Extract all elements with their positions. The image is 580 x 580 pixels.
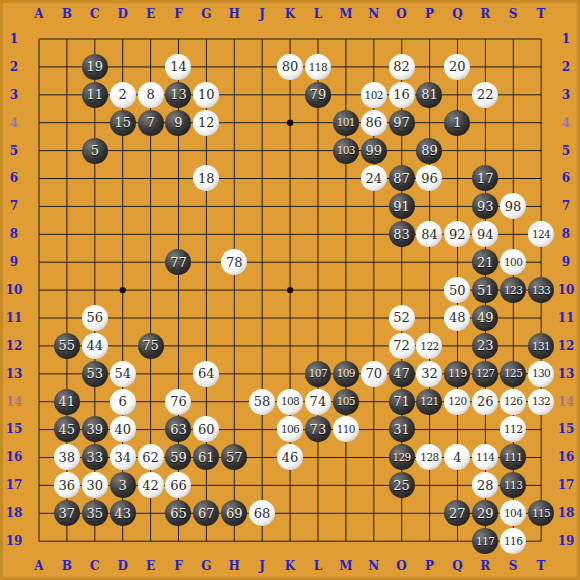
stone-R13-move-127: 127 <box>472 361 498 387</box>
row-label-11: 11 <box>0 304 28 332</box>
stone-H9-move-78: 78 <box>221 249 247 275</box>
col-label-R: R <box>471 552 499 580</box>
stone-Q8-move-92: 92 <box>444 221 470 247</box>
stone-G15-move-60: 60 <box>193 416 219 442</box>
board-intersections[interactable]: 1914801188220112813107910216812215791210… <box>25 25 555 555</box>
col-label-R: R <box>471 0 499 28</box>
col-label-N: N <box>360 0 388 28</box>
col-label-O: O <box>388 552 416 580</box>
stone-B17-move-36: 36 <box>54 472 80 498</box>
stone-N4-move-86: 86 <box>361 110 387 136</box>
stone-S9-move-100: 100 <box>500 249 526 275</box>
stone-O4-move-97: 97 <box>389 110 415 136</box>
row-label-13: 13 <box>0 360 28 388</box>
stone-S13-move-125: 125 <box>500 361 526 387</box>
row-label-11: 11 <box>552 304 580 332</box>
row-label-3: 3 <box>552 81 580 109</box>
stone-E17-move-42: 42 <box>138 472 164 498</box>
stone-K16-move-46: 46 <box>277 444 303 470</box>
stone-L13-move-107: 107 <box>305 361 331 387</box>
row-label-17: 17 <box>552 471 580 499</box>
row-label-18: 18 <box>552 499 580 527</box>
stone-C3-move-11: 11 <box>82 82 108 108</box>
row-label-7: 7 <box>552 192 580 220</box>
row-label-10: 10 <box>0 276 28 304</box>
row-label-15: 15 <box>0 416 28 444</box>
stone-O13-move-47: 47 <box>389 361 415 387</box>
stone-N6-move-24: 24 <box>361 165 387 191</box>
stone-C13-move-53: 53 <box>82 361 108 387</box>
stone-N13-move-70: 70 <box>361 361 387 387</box>
row-label-6: 6 <box>0 165 28 193</box>
row-label-1: 1 <box>0 25 28 53</box>
stone-F18-move-65: 65 <box>165 500 191 526</box>
col-label-Q: Q <box>443 552 471 580</box>
stone-D3-move-2: 2 <box>110 82 136 108</box>
col-label-L: L <box>304 0 332 28</box>
stone-T10-move-133: 133 <box>528 277 554 303</box>
stone-F2-move-14: 14 <box>165 54 191 80</box>
col-label-H: H <box>220 552 248 580</box>
stone-F4-move-9: 9 <box>165 110 191 136</box>
col-label-F: F <box>165 0 193 28</box>
stone-T12-move-131: 131 <box>528 333 554 359</box>
stone-M14-move-105: 105 <box>333 389 359 415</box>
stone-D16-move-34: 34 <box>110 444 136 470</box>
stone-R18-move-29: 29 <box>472 500 498 526</box>
stone-K15-move-106: 106 <box>277 416 303 442</box>
stone-C5-move-5: 5 <box>82 138 108 164</box>
stone-P14-move-121: 121 <box>416 389 442 415</box>
stone-O15-move-31: 31 <box>389 416 415 442</box>
stone-C12-move-44: 44 <box>82 333 108 359</box>
stone-P13-move-32: 32 <box>416 361 442 387</box>
stone-O6-move-87: 87 <box>389 165 415 191</box>
stone-G18-move-67: 67 <box>193 500 219 526</box>
stone-D15-move-40: 40 <box>110 416 136 442</box>
stone-L3-move-79: 79 <box>305 82 331 108</box>
stone-O14-move-71: 71 <box>389 389 415 415</box>
stone-Q11-move-48: 48 <box>444 305 470 331</box>
stone-F3-move-13: 13 <box>165 82 191 108</box>
col-label-C: C <box>81 552 109 580</box>
column-labels-top: ABCDEFGHJKLMNOPQRST <box>25 0 555 28</box>
row-label-6: 6 <box>552 165 580 193</box>
column-labels-bottom: ABCDEFGHJKLMNOPQRST <box>25 552 555 580</box>
stone-D18-move-43: 43 <box>110 500 136 526</box>
stone-Q4-move-1: 1 <box>444 110 470 136</box>
col-label-B: B <box>53 552 81 580</box>
stone-T13-move-130: 130 <box>528 361 554 387</box>
stone-R12-move-23: 23 <box>472 333 498 359</box>
row-label-7: 7 <box>0 192 28 220</box>
stone-N3-move-102: 102 <box>361 82 387 108</box>
stone-T14-move-132: 132 <box>528 389 554 415</box>
stone-R9-move-21: 21 <box>472 249 498 275</box>
stone-S17-move-113: 113 <box>500 472 526 498</box>
stone-H16-move-57: 57 <box>221 444 247 470</box>
go-board: ABCDEFGHJKLMNOPQRST ABCDEFGHJKLMNOPQRST … <box>0 0 580 580</box>
stone-K2-move-80: 80 <box>277 54 303 80</box>
row-label-5: 5 <box>0 137 28 165</box>
stone-P12-move-122: 122 <box>416 333 442 359</box>
row-label-19: 19 <box>552 527 580 555</box>
col-label-D: D <box>109 0 137 28</box>
col-label-M: M <box>332 0 360 28</box>
stone-R11-move-49: 49 <box>472 305 498 331</box>
row-label-9: 9 <box>552 248 580 276</box>
stone-R7-move-93: 93 <box>472 193 498 219</box>
stone-J14-move-58: 58 <box>249 389 275 415</box>
row-label-19: 19 <box>0 527 28 555</box>
stone-O12-move-72: 72 <box>389 333 415 359</box>
stone-O16-move-129: 129 <box>389 444 415 470</box>
col-label-S: S <box>499 0 527 28</box>
row-label-3: 3 <box>0 81 28 109</box>
row-labels-left: 12345678910111213141516171819 <box>0 25 28 555</box>
row-label-16: 16 <box>0 443 28 471</box>
stone-O11-move-52: 52 <box>389 305 415 331</box>
stone-C18-move-35: 35 <box>82 500 108 526</box>
col-label-H: H <box>220 0 248 28</box>
stone-Q2-move-20: 20 <box>444 54 470 80</box>
col-label-J: J <box>248 552 276 580</box>
stone-B15-move-45: 45 <box>54 416 80 442</box>
stone-R6-move-17: 17 <box>472 165 498 191</box>
stone-S7-move-98: 98 <box>500 193 526 219</box>
col-label-B: B <box>53 0 81 28</box>
col-label-P: P <box>416 0 444 28</box>
row-label-1: 1 <box>552 25 580 53</box>
stone-B16-move-38: 38 <box>54 444 80 470</box>
stone-B12-move-55: 55 <box>54 333 80 359</box>
row-label-16: 16 <box>552 443 580 471</box>
stone-P8-move-84: 84 <box>416 221 442 247</box>
col-label-G: G <box>192 552 220 580</box>
stone-N5-move-99: 99 <box>361 138 387 164</box>
stone-E16-move-62: 62 <box>138 444 164 470</box>
row-label-17: 17 <box>0 471 28 499</box>
stone-S18-move-104: 104 <box>500 500 526 526</box>
stone-J18-move-68: 68 <box>249 500 275 526</box>
stone-K14-move-108: 108 <box>277 389 303 415</box>
col-label-S: S <box>499 552 527 580</box>
stone-Q14-move-120: 120 <box>444 389 470 415</box>
stone-Q10-move-50: 50 <box>444 277 470 303</box>
row-labels-right: 12345678910111213141516171819 <box>552 25 580 555</box>
stone-R17-move-28: 28 <box>472 472 498 498</box>
col-label-Q: Q <box>443 0 471 28</box>
stone-Q13-move-119: 119 <box>444 361 470 387</box>
col-label-K: K <box>276 552 304 580</box>
stone-M5-move-103: 103 <box>333 138 359 164</box>
stone-C2-move-19: 19 <box>82 54 108 80</box>
row-label-5: 5 <box>552 137 580 165</box>
row-label-9: 9 <box>0 248 28 276</box>
row-label-13: 13 <box>552 360 580 388</box>
stone-E4-move-7: 7 <box>138 110 164 136</box>
stone-F14-move-76: 76 <box>165 389 191 415</box>
col-label-A: A <box>25 552 53 580</box>
stone-G16-move-61: 61 <box>193 444 219 470</box>
col-label-G: G <box>192 0 220 28</box>
row-label-4: 4 <box>552 109 580 137</box>
col-label-T: T <box>527 0 555 28</box>
row-label-15: 15 <box>552 416 580 444</box>
row-label-10: 10 <box>552 276 580 304</box>
stone-L15-move-73: 73 <box>305 416 331 442</box>
stone-M4-move-101: 101 <box>333 110 359 136</box>
stone-D4-move-15: 15 <box>110 110 136 136</box>
stone-G13-move-64: 64 <box>193 361 219 387</box>
stone-R3-move-22: 22 <box>472 82 498 108</box>
stone-Q18-move-27: 27 <box>444 500 470 526</box>
row-label-2: 2 <box>552 53 580 81</box>
stone-S19-move-116: 116 <box>500 528 526 554</box>
row-label-2: 2 <box>0 53 28 81</box>
col-label-E: E <box>137 552 165 580</box>
stone-L14-move-74: 74 <box>305 389 331 415</box>
stone-R19-move-117: 117 <box>472 528 498 554</box>
stone-P16-move-128: 128 <box>416 444 442 470</box>
stone-S16-move-111: 111 <box>500 444 526 470</box>
row-label-12: 12 <box>0 332 28 360</box>
col-label-J: J <box>248 0 276 28</box>
stone-R14-move-26: 26 <box>472 389 498 415</box>
col-label-P: P <box>416 552 444 580</box>
row-label-14: 14 <box>0 388 28 416</box>
stone-P5-move-89: 89 <box>416 138 442 164</box>
stone-S10-move-123: 123 <box>500 277 526 303</box>
stone-O7-move-91: 91 <box>389 193 415 219</box>
col-label-E: E <box>137 0 165 28</box>
col-label-M: M <box>332 552 360 580</box>
stone-F17-move-66: 66 <box>165 472 191 498</box>
stone-M13-move-109: 109 <box>333 361 359 387</box>
stone-F9-move-77: 77 <box>165 249 191 275</box>
col-label-T: T <box>527 552 555 580</box>
row-label-18: 18 <box>0 499 28 527</box>
stone-O2-move-82: 82 <box>389 54 415 80</box>
stone-R16-move-114: 114 <box>472 444 498 470</box>
col-label-K: K <box>276 0 304 28</box>
stone-C16-move-33: 33 <box>82 444 108 470</box>
col-label-L: L <box>304 552 332 580</box>
stone-T8-move-124: 124 <box>528 221 554 247</box>
stone-O8-move-83: 83 <box>389 221 415 247</box>
stone-Q16-move-4: 4 <box>444 444 470 470</box>
row-label-8: 8 <box>0 220 28 248</box>
stone-G6-move-18: 18 <box>193 165 219 191</box>
stone-B18-move-37: 37 <box>54 500 80 526</box>
stone-E12-move-75: 75 <box>138 333 164 359</box>
row-label-4: 4 <box>0 109 28 137</box>
row-label-12: 12 <box>552 332 580 360</box>
stone-D17-move-3: 3 <box>110 472 136 498</box>
stone-S14-move-126: 126 <box>500 389 526 415</box>
col-label-F: F <box>165 552 193 580</box>
col-label-D: D <box>109 552 137 580</box>
stone-C15-move-39: 39 <box>82 416 108 442</box>
stone-L2-move-118: 118 <box>305 54 331 80</box>
row-label-8: 8 <box>552 220 580 248</box>
row-label-14: 14 <box>552 388 580 416</box>
stone-G3-move-10: 10 <box>193 82 219 108</box>
stone-E3-move-8: 8 <box>138 82 164 108</box>
stone-D14-move-6: 6 <box>110 389 136 415</box>
stone-R8-move-94: 94 <box>472 221 498 247</box>
col-label-N: N <box>360 552 388 580</box>
stone-C11-move-56: 56 <box>82 305 108 331</box>
stone-O17-move-25: 25 <box>389 472 415 498</box>
stone-T18-move-115: 115 <box>528 500 554 526</box>
stone-G4-move-12: 12 <box>193 110 219 136</box>
stone-F15-move-63: 63 <box>165 416 191 442</box>
stone-F16-move-59: 59 <box>165 444 191 470</box>
stone-R10-move-51: 51 <box>472 277 498 303</box>
stone-P3-move-81: 81 <box>416 82 442 108</box>
stone-M15-move-110: 110 <box>333 416 359 442</box>
stone-C17-move-30: 30 <box>82 472 108 498</box>
stone-P6-move-96: 96 <box>416 165 442 191</box>
stone-H18-move-69: 69 <box>221 500 247 526</box>
stone-S15-move-112: 112 <box>500 416 526 442</box>
stone-O3-move-16: 16 <box>389 82 415 108</box>
col-label-A: A <box>25 0 53 28</box>
col-label-C: C <box>81 0 109 28</box>
col-label-O: O <box>388 0 416 28</box>
stone-B14-move-41: 41 <box>54 389 80 415</box>
stone-D13-move-54: 54 <box>110 361 136 387</box>
